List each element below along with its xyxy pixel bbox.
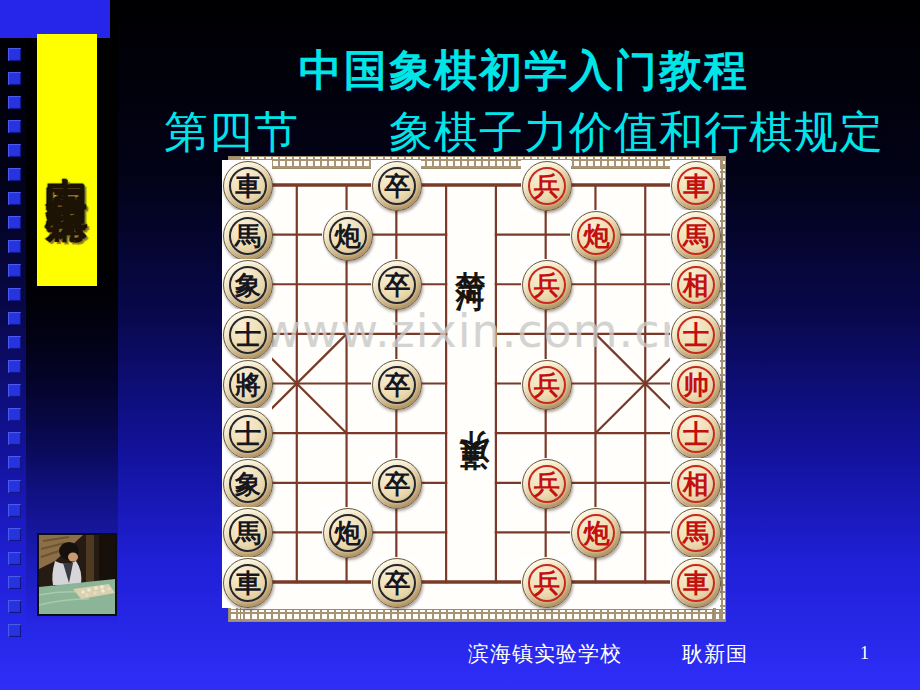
piece-black-soldier: 卒: [369, 456, 423, 510]
decor-filmstrip: [0, 0, 30, 690]
xiangqi-board: 楚河 漢界 www.zixin.com.cn 車馬象士將士象馬車炮炮卒卒卒卒卒兵…: [228, 156, 726, 622]
decor-filmstrip-square: [8, 624, 21, 637]
piece-black-chariot: 車: [220, 555, 274, 609]
piece-red-chariot: 車: [668, 158, 722, 212]
piece-black-elephant: 象: [220, 456, 274, 510]
decor-filmstrip-square: [8, 96, 21, 109]
piece-red-cannon: 炮: [568, 505, 622, 559]
title-block: 中国象棋初学入门教程 第四节 象棋子力价值和行棋规定: [128, 42, 920, 162]
piece-black-cannon: 炮: [320, 505, 374, 559]
page-title: 中国象棋初学入门教程: [128, 42, 920, 100]
sidebar-banner: 中国象棋篇: [37, 34, 97, 286]
decor-filmstrip-square: [8, 576, 21, 589]
piece-black-soldier: 卒: [369, 158, 423, 212]
piece-red-general: 帅: [668, 357, 722, 411]
decor-filmstrip-square: [8, 48, 21, 61]
piece-red-elephant: 相: [668, 257, 722, 311]
piece-black-general: 將: [220, 357, 274, 411]
piece-black-soldier: 卒: [369, 257, 423, 311]
decor-filmstrip-square: [8, 456, 21, 469]
river-label-han-jie: 漢界: [454, 472, 490, 496]
decor-filmstrip-square: [8, 144, 21, 157]
piece-red-soldier: 兵: [519, 158, 573, 212]
piece-black-advisor: 士: [220, 406, 274, 460]
decor-filmstrip-square: [8, 504, 21, 517]
decor-filmstrip-square: [8, 288, 21, 301]
board-grid: [228, 156, 726, 622]
piece-black-advisor: 士: [220, 307, 274, 361]
piece-black-chariot: 車: [220, 158, 274, 212]
decor-filmstrip-square: [8, 192, 21, 205]
decor-filmstrip-square: [8, 360, 21, 373]
decor-filmstrip-square: [8, 408, 21, 421]
piece-black-soldier: 卒: [369, 357, 423, 411]
piece-black-horse: 馬: [220, 505, 274, 559]
piece-red-soldier: 兵: [519, 456, 573, 510]
decor-filmstrip-square: [8, 216, 21, 229]
piece-black-soldier: 卒: [369, 555, 423, 609]
piece-red-soldier: 兵: [519, 357, 573, 411]
decor-filmstrip-square: [8, 432, 21, 445]
river-label-chu-he: 楚河: [454, 246, 490, 270]
decor-filmstrip-square: [8, 600, 21, 613]
page-subtitle: 第四节 象棋子力价值和行棋规定: [128, 103, 920, 162]
decor-filmstrip-square: [8, 480, 21, 493]
decor-filmstrip-square: [8, 528, 21, 541]
footer-school: 滨海镇实验学校: [468, 640, 622, 668]
decor-filmstrip-square: [8, 264, 21, 277]
piece-black-horse: 馬: [220, 208, 274, 262]
piece-red-advisor: 士: [668, 406, 722, 460]
piece-red-chariot: 車: [668, 555, 722, 609]
piece-red-soldier: 兵: [519, 555, 573, 609]
photo-child-playing-xiangqi: [37, 533, 117, 616]
piece-red-cannon: 炮: [568, 208, 622, 262]
decor-filmstrip-square: [8, 168, 21, 181]
piece-red-elephant: 相: [668, 456, 722, 510]
piece-red-horse: 馬: [668, 208, 722, 262]
footer-author: 耿新国: [682, 640, 748, 668]
decor-filmstrip-square: [8, 336, 21, 349]
piece-red-advisor: 士: [668, 307, 722, 361]
decor-filmstrip-square: [8, 72, 21, 85]
decor-filmstrip-square: [8, 552, 21, 565]
decor-filmstrip-square: [8, 120, 21, 133]
decor-filmstrip-square: [8, 384, 21, 397]
page-number: 1: [860, 643, 869, 664]
piece-red-soldier: 兵: [519, 257, 573, 311]
piece-black-elephant: 象: [220, 257, 274, 311]
piece-red-horse: 馬: [668, 505, 722, 559]
decor-filmstrip-square: [8, 312, 21, 325]
piece-black-cannon: 炮: [320, 208, 374, 262]
sidebar-banner-text: 中国象棋篇: [38, 145, 96, 175]
watermark: www.zixin.com.cn: [222, 304, 732, 358]
photo-illustration: [39, 535, 115, 614]
decor-filmstrip-square: [8, 240, 21, 253]
